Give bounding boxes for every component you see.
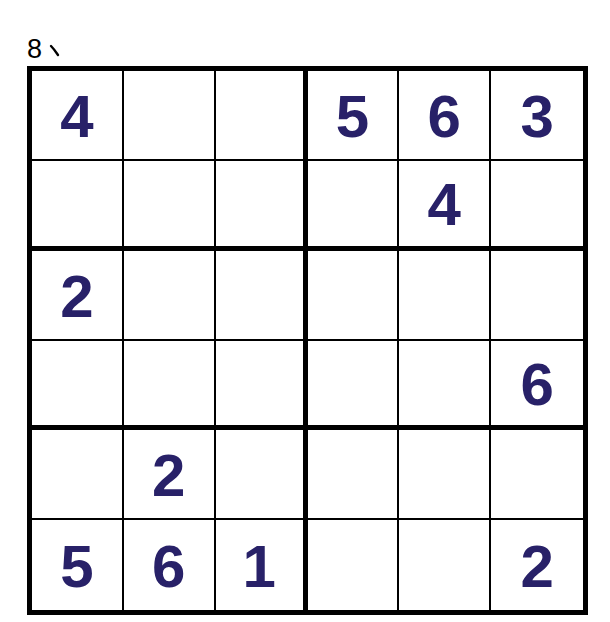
cell-r6c6: 2	[491, 520, 583, 610]
cell-r3c6[interactable]	[491, 251, 583, 341]
ideographic-comma-icon	[49, 44, 61, 58]
cell-r5c6[interactable]	[491, 430, 583, 520]
cell-r3c5[interactable]	[399, 251, 491, 341]
cell-r6c2: 6	[124, 520, 216, 610]
cell-r3c1: 2	[32, 251, 124, 341]
cell-r2c5: 4	[399, 161, 491, 251]
given-digit: 3	[520, 87, 553, 147]
cell-r3c4[interactable]	[308, 251, 400, 341]
cell-r6c3: 1	[216, 520, 308, 610]
cell-r1c5: 6	[399, 71, 491, 161]
puzzle-number: 8	[27, 36, 42, 62]
given-digit: 6	[152, 537, 185, 597]
given-digit: 1	[242, 537, 275, 597]
cell-r2c1[interactable]	[32, 161, 124, 251]
cell-r6c5[interactable]	[399, 520, 491, 610]
cell-r4c4[interactable]	[308, 341, 400, 431]
cell-r5c2: 2	[124, 430, 216, 520]
given-digit: 2	[520, 537, 553, 597]
given-digit: 6	[428, 87, 461, 147]
cell-r6c1: 5	[32, 520, 124, 610]
cell-r4c6: 6	[491, 341, 583, 431]
cell-r6c4[interactable]	[308, 520, 400, 610]
cell-r4c5[interactable]	[399, 341, 491, 431]
given-digit: 6	[520, 355, 553, 415]
cell-r1c4: 5	[308, 71, 400, 161]
given-digit: 2	[152, 446, 185, 506]
given-digit: 4	[60, 87, 93, 147]
cell-r1c2[interactable]	[124, 71, 216, 161]
given-digit: 2	[60, 267, 93, 327]
cell-r2c4[interactable]	[308, 161, 400, 251]
cell-r3c2[interactable]	[124, 251, 216, 341]
given-digit: 5	[336, 87, 369, 147]
cell-r4c3[interactable]	[216, 341, 308, 431]
cell-r5c1[interactable]	[32, 430, 124, 520]
puzzle-label: 8	[27, 36, 61, 62]
given-digit: 5	[60, 537, 93, 597]
cell-r1c3[interactable]	[216, 71, 308, 161]
cell-r4c2[interactable]	[124, 341, 216, 431]
cell-r3c3[interactable]	[216, 251, 308, 341]
cell-r4c1[interactable]	[32, 341, 124, 431]
cell-r2c6[interactable]	[491, 161, 583, 251]
cell-r2c2[interactable]	[124, 161, 216, 251]
given-digit: 4	[428, 175, 461, 235]
cell-r5c5[interactable]	[399, 430, 491, 520]
sudoku-grid: 456342625612	[27, 66, 588, 615]
cell-r5c4[interactable]	[308, 430, 400, 520]
page: 8 456342625612	[0, 0, 610, 622]
cell-r5c3[interactable]	[216, 430, 308, 520]
cell-r1c6: 3	[491, 71, 583, 161]
cell-r1c1: 4	[32, 71, 124, 161]
cell-r2c3[interactable]	[216, 161, 308, 251]
